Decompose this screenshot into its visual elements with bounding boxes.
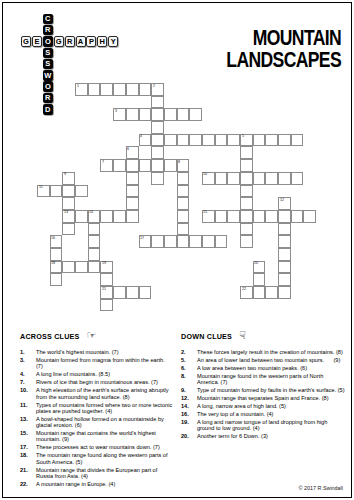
grid-cell[interactable]: [278, 273, 291, 286]
empty-space: [253, 299, 266, 312]
grid-cell[interactable]: [151, 134, 164, 147]
clue-number: 2.: [181, 349, 197, 355]
grid-cell[interactable]: [177, 197, 190, 210]
grid-cell[interactable]: [253, 210, 266, 223]
empty-space: [113, 134, 126, 147]
grid-cell[interactable]: [278, 235, 291, 248]
grid-cell[interactable]: [215, 210, 228, 223]
grid-cell[interactable]: [126, 210, 139, 223]
empty-space: [88, 172, 101, 185]
empty-space: [139, 273, 152, 286]
grid-cell[interactable]: [164, 235, 177, 248]
grid-cell[interactable]: [240, 185, 253, 198]
grid-cell[interactable]: [240, 146, 253, 159]
grid-cell[interactable]: [164, 108, 177, 121]
clue-item: 21.Mountain range that divides the Europ…: [20, 467, 173, 480]
grid-cell[interactable]: [202, 134, 215, 147]
grid-cell[interactable]: [253, 286, 266, 299]
empty-space: [50, 197, 63, 210]
grid-cell[interactable]: [100, 273, 113, 286]
clue-text: Mountain range found in the western part…: [197, 373, 346, 386]
empty-space: [62, 273, 75, 286]
clue-text: These forces largely result in the creat…: [197, 349, 346, 355]
grid-cell[interactable]: [291, 172, 304, 185]
clue-text: A long and narrow tongue of land droppin…: [197, 419, 346, 432]
empty-space: [253, 235, 266, 248]
empty-space: [202, 146, 215, 159]
grid-cell[interactable]: 11: [37, 185, 50, 198]
grid-cell[interactable]: [177, 223, 190, 236]
empty-space: [265, 159, 278, 172]
empty-space: [139, 121, 152, 134]
grid-cell[interactable]: 12: [278, 197, 291, 210]
cell-number: 16: [51, 236, 55, 240]
empty-space: [202, 273, 215, 286]
grid-cell[interactable]: [227, 134, 240, 147]
empty-space: [303, 235, 316, 248]
empty-space: [164, 248, 177, 261]
grid-cell[interactable]: [139, 159, 152, 172]
clue-number: 20.: [181, 433, 197, 439]
grid-cell[interactable]: [151, 96, 164, 109]
grid-cell[interactable]: [227, 210, 240, 223]
empty-space: [164, 172, 177, 185]
logo-tile-r: R: [65, 36, 75, 47]
empty-space: [88, 185, 101, 198]
grid-cell[interactable]: [100, 83, 113, 96]
empty-space: [37, 210, 50, 223]
empty-space: [126, 273, 139, 286]
empty-space: [100, 146, 113, 159]
empty-space: [265, 83, 278, 96]
empty-space: [151, 210, 164, 223]
grid-cell[interactable]: [50, 248, 63, 261]
empty-space: [215, 248, 228, 261]
grid-cell[interactable]: [75, 210, 88, 223]
clue-item: 6.A low area between two mountain peaks.…: [181, 365, 346, 371]
grid-cell[interactable]: [253, 134, 266, 147]
empty-space: [164, 223, 177, 236]
grid-cell[interactable]: [265, 286, 278, 299]
empty-space: [164, 261, 177, 274]
grid-cell[interactable]: 2: [151, 83, 164, 96]
grid-cell[interactable]: [278, 134, 291, 147]
clue-number: 8.: [181, 373, 197, 386]
empty-space: [189, 146, 202, 159]
logo-tile-g: G: [21, 36, 31, 47]
grid-cell[interactable]: [100, 299, 113, 312]
logo-tile-o: O: [43, 36, 53, 47]
grid-cell[interactable]: [88, 248, 101, 261]
grid-cell[interactable]: [278, 172, 291, 185]
empty-space: [303, 286, 316, 299]
empty-space: [227, 223, 240, 236]
empty-space: [139, 96, 152, 109]
empty-space: [202, 223, 215, 236]
empty-space: [291, 286, 304, 299]
empty-space: [177, 248, 190, 261]
empty-space: [215, 223, 228, 236]
empty-space: [113, 96, 126, 109]
empty-space: [189, 96, 202, 109]
grid-cell[interactable]: [240, 235, 253, 248]
empty-space: [177, 121, 190, 134]
empty-space: [265, 185, 278, 198]
clue-item: 9.Type of mountain formed by faults in t…: [181, 387, 346, 393]
empty-space: [75, 146, 88, 159]
grid-cell[interactable]: 22: [240, 286, 253, 299]
grid-cell[interactable]: [100, 210, 113, 223]
empty-space: [189, 172, 202, 185]
empty-space: [151, 248, 164, 261]
empty-space: [88, 286, 101, 299]
logo-tile-p: P: [86, 36, 96, 47]
empty-space: [202, 121, 215, 134]
empty-space: [291, 197, 304, 210]
grid-cell[interactable]: [113, 210, 126, 223]
grid-cell[interactable]: 6: [126, 146, 139, 159]
empty-space: [75, 159, 88, 172]
grid-cell[interactable]: 7: [100, 159, 113, 172]
empty-space: [177, 261, 190, 274]
grid-cell[interactable]: [240, 223, 253, 236]
logo-tile-s: S: [43, 48, 53, 59]
empty-space: [265, 223, 278, 236]
empty-space: [202, 159, 215, 172]
grid-cell[interactable]: 19: [100, 261, 113, 274]
empty-space: [37, 134, 50, 147]
empty-space: [253, 185, 266, 198]
empty-space: [291, 235, 304, 248]
logo-tile-s: S: [43, 59, 53, 70]
grid-cell[interactable]: [50, 185, 63, 198]
empty-space: [227, 235, 240, 248]
grid-cell[interactable]: 5: [240, 134, 253, 147]
clue-text: A bowl-shaped hollow formed on a mountai…: [36, 416, 173, 429]
grid-cell[interactable]: [177, 172, 190, 185]
grid-cell[interactable]: [265, 210, 278, 223]
grid-cell[interactable]: [151, 108, 164, 121]
clue-item: 10.A high elevation of the earth's surfa…: [20, 387, 173, 400]
empty-space: [215, 108, 228, 121]
clue-item: 16.The very top of a mountain. (4): [181, 411, 346, 417]
pointing-hand-right-icon: ☞: [87, 331, 97, 339]
empty-space: [62, 299, 75, 312]
clue-number: 9.: [181, 387, 197, 393]
grid-cell[interactable]: [126, 286, 139, 299]
empty-space: [164, 286, 177, 299]
grid-cell[interactable]: 16: [50, 235, 63, 248]
empty-space: [139, 197, 152, 210]
grid-cell[interactable]: [278, 210, 291, 223]
grid-cell[interactable]: [113, 159, 126, 172]
grid-cell[interactable]: [62, 261, 75, 274]
grid-cell[interactable]: [189, 134, 202, 147]
logo-tile-e: E: [32, 36, 42, 47]
grid-cell[interactable]: [303, 210, 316, 223]
empty-space: [291, 185, 304, 198]
clue-item: 3.Mountain formed from magma from within…: [20, 357, 173, 370]
empty-space: [139, 248, 152, 261]
empty-space: [100, 235, 113, 248]
cell-number: 11: [39, 185, 43, 189]
grid-cell[interactable]: [240, 172, 253, 185]
empty-space: [303, 185, 316, 198]
empty-space: [126, 261, 139, 274]
clue-item: 12.Mountain range that separates Spain a…: [181, 395, 346, 401]
cell-number: 21: [102, 287, 106, 291]
cell-number: 12: [280, 198, 284, 202]
empty-space: [50, 299, 63, 312]
clue-number: 21.: [20, 467, 36, 480]
empty-space: [265, 261, 278, 274]
grid-cell[interactable]: 15: [202, 210, 215, 223]
grid-cell[interactable]: [265, 134, 278, 147]
clue-text: A long line of mountains. (8.5): [36, 371, 173, 377]
empty-space: [126, 134, 139, 147]
clue-number: 5.: [181, 357, 197, 363]
grid-cell[interactable]: 9: [62, 172, 75, 185]
clue-text: A low area between two mountain peaks. (…: [197, 365, 346, 371]
grid-cell[interactable]: [88, 83, 101, 96]
empty-space: [88, 197, 101, 210]
empty-space: [62, 121, 75, 134]
clue-item: 22.A mountain range in Europe. (4): [20, 481, 173, 487]
grid-cell[interactable]: [126, 185, 139, 198]
grid-cell[interactable]: [75, 261, 88, 274]
grid-cell[interactable]: 8: [177, 159, 190, 172]
empty-space: [303, 273, 316, 286]
grid-cell[interactable]: [126, 172, 139, 185]
empty-space: [88, 159, 101, 172]
empty-space: [291, 96, 304, 109]
empty-space: [227, 83, 240, 96]
empty-space: [215, 261, 228, 274]
grid-cell[interactable]: 3: [113, 108, 126, 121]
grid-cell[interactable]: 10: [202, 172, 215, 185]
cell-number: 19: [102, 261, 106, 265]
grid-cell[interactable]: [177, 108, 190, 121]
cell-number: 5: [242, 134, 244, 138]
logo-tile-a: A: [76, 36, 86, 47]
grid-cell[interactable]: 13: [62, 210, 75, 223]
empty-space: [278, 121, 291, 134]
grid-cell[interactable]: [62, 185, 75, 198]
grid-cell[interactable]: [151, 172, 164, 185]
empty-space: [265, 96, 278, 109]
across-clues-section: ACROSS CLUES ☞ 1.The world's highest mou…: [20, 332, 173, 487]
grid-cell[interactable]: 14: [88, 210, 101, 223]
grid-cell[interactable]: [62, 197, 75, 210]
empty-space: [240, 108, 253, 121]
clue-item: 5.An area of lower land between two moun…: [181, 357, 346, 363]
empty-space: [126, 96, 139, 109]
cell-number: 6: [127, 147, 129, 151]
empty-space: [227, 197, 240, 210]
clue-number: 7.: [20, 379, 36, 385]
empty-space: [50, 96, 63, 109]
clue-item: 8.Mountain range found in the western pa…: [181, 373, 346, 386]
empty-space: [37, 121, 50, 134]
across-clues-list: 1.The world's highest mountain. (7)3.Mou…: [20, 349, 173, 487]
empty-space: [189, 210, 202, 223]
grid-cell[interactable]: 4: [139, 134, 152, 147]
cell-number: 10: [203, 172, 207, 176]
empty-space: [75, 248, 88, 261]
empty-space: [75, 223, 88, 236]
empty-space: [113, 146, 126, 159]
grid-cell[interactable]: [113, 286, 126, 299]
grid-cell[interactable]: [88, 223, 101, 236]
empty-space: [265, 235, 278, 248]
grid-cell[interactable]: [215, 134, 228, 147]
grid-cell[interactable]: [278, 248, 291, 261]
clue-number: 22.: [20, 481, 36, 487]
grid-cell[interactable]: [240, 159, 253, 172]
grid-cell[interactable]: [151, 146, 164, 159]
grid-cell[interactable]: [291, 210, 304, 223]
grid-cell[interactable]: [126, 108, 139, 121]
grid-cell[interactable]: [113, 83, 126, 96]
grid-cell[interactable]: [164, 134, 177, 147]
clue-number: 19.: [181, 419, 197, 432]
empty-space: [253, 248, 266, 261]
empty-space: [291, 273, 304, 286]
empty-space: [151, 223, 164, 236]
empty-space: [100, 248, 113, 261]
grid-cell[interactable]: [227, 172, 240, 185]
grid-cell[interactable]: [151, 121, 164, 134]
clue-number: 6.: [181, 365, 197, 371]
empty-space: [126, 223, 139, 236]
grid-cell[interactable]: [164, 159, 177, 172]
grid-cell[interactable]: 1: [75, 83, 88, 96]
empty-space: [151, 261, 164, 274]
empty-space: [151, 286, 164, 299]
grid-cell[interactable]: [88, 261, 101, 274]
grid-cell[interactable]: 18: [50, 261, 63, 274]
empty-space: [100, 108, 113, 121]
grid-cell[interactable]: 20: [253, 261, 266, 274]
empty-space: [265, 248, 278, 261]
grid-cell[interactable]: [151, 159, 164, 172]
empty-space: [113, 121, 126, 134]
grid-cell[interactable]: [139, 286, 152, 299]
grid-cell[interactable]: [177, 210, 190, 223]
grid-cell[interactable]: [253, 273, 266, 286]
clue-text: Types of mountains formed where two or m…: [36, 402, 173, 415]
empty-space: [278, 299, 291, 312]
empty-space: [139, 146, 152, 159]
empty-space: [37, 197, 50, 210]
grid-cell[interactable]: [177, 185, 190, 198]
empty-space: [113, 273, 126, 286]
empty-space: [215, 185, 228, 198]
empty-space: [177, 286, 190, 299]
grid-cell[interactable]: [215, 172, 228, 185]
grid-cell[interactable]: [189, 235, 202, 248]
grid-cell[interactable]: 21: [100, 286, 113, 299]
empty-space: [240, 121, 253, 134]
empty-space: [177, 83, 190, 96]
empty-space: [37, 235, 50, 248]
down-clues-header: DOWN CLUES ☟: [181, 332, 346, 341]
grid-cell[interactable]: [202, 235, 215, 248]
grid-cell[interactable]: [177, 134, 190, 147]
empty-space: [50, 210, 63, 223]
empty-space: [189, 223, 202, 236]
grid-cell[interactable]: [189, 108, 202, 121]
grid-cell[interactable]: [151, 235, 164, 248]
empty-space: [100, 197, 113, 210]
empty-space: [227, 185, 240, 198]
empty-space: [139, 261, 152, 274]
grid-cell[interactable]: [139, 83, 152, 96]
empty-space: [164, 96, 177, 109]
grid-cell[interactable]: [88, 235, 101, 248]
empty-space: [303, 248, 316, 261]
empty-space: [88, 146, 101, 159]
grid-cell[interactable]: [253, 172, 266, 185]
clue-number: 17.: [20, 444, 36, 450]
empty-space: [215, 121, 228, 134]
empty-space: [50, 121, 63, 134]
empty-space: [278, 185, 291, 198]
empty-space: [202, 96, 215, 109]
grid-cell[interactable]: [50, 273, 63, 286]
empty-space: [113, 235, 126, 248]
clue-text: Mountain range that separates Spain and …: [197, 395, 346, 401]
grid-cell[interactable]: [240, 210, 253, 223]
grid-cell[interactable]: [240, 197, 253, 210]
grid-cell[interactable]: [278, 286, 291, 299]
empty-space: [215, 273, 228, 286]
grid-cell[interactable]: [278, 261, 291, 274]
empty-space: [291, 159, 304, 172]
empty-space: [278, 146, 291, 159]
empty-space: [227, 159, 240, 172]
grid-cell[interactable]: [278, 223, 291, 236]
grid-cell[interactable]: [75, 185, 88, 198]
grid-cell[interactable]: [126, 83, 139, 96]
grid-cell[interactable]: [265, 172, 278, 185]
clue-item: 17.These processes act to wear mountains…: [20, 444, 173, 450]
clue-text: Rivers of ice that begin in mountainous …: [36, 379, 173, 385]
empty-space: [227, 286, 240, 299]
grid-cell[interactable]: [139, 108, 152, 121]
empty-space: [62, 248, 75, 261]
grid-cell[interactable]: [291, 134, 304, 147]
grid-cell[interactable]: [215, 235, 228, 248]
empty-space: [113, 172, 126, 185]
empty-space: [291, 121, 304, 134]
empty-space: [240, 83, 253, 96]
empty-space: [151, 299, 164, 312]
cell-number: 13: [64, 210, 68, 214]
clue-number: 16.: [181, 411, 197, 417]
grid-cell[interactable]: 17: [139, 235, 152, 248]
grid-cell[interactable]: [126, 197, 139, 210]
empty-space: [139, 299, 152, 312]
grid-cell[interactable]: [62, 223, 75, 236]
grid-cell[interactable]: [177, 235, 190, 248]
empty-space: [164, 197, 177, 210]
grid-cell[interactable]: [126, 159, 139, 172]
empty-space: [189, 83, 202, 96]
empty-space: [100, 134, 113, 147]
empty-space: [227, 96, 240, 109]
empty-space: [227, 273, 240, 286]
